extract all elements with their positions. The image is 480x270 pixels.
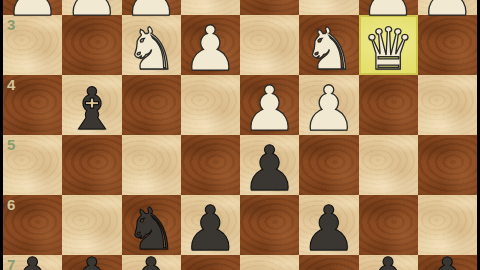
black-pawn-e6[interactable]: ♟ [181, 199, 240, 259]
rank-coordinate-label-4: 4 [7, 76, 15, 93]
black-pawn-b7[interactable]: ♟ [359, 251, 418, 270]
square-b3[interactable]: ♛ [359, 15, 418, 75]
square-f7[interactable]: ♟ [122, 255, 181, 270]
square-d7[interactable] [240, 255, 299, 270]
black-bishop-g4[interactable]: ♝ [62, 79, 121, 139]
square-b7[interactable]: ♟ [359, 255, 418, 270]
white-pawn-d4[interactable]: ♟ [240, 79, 299, 139]
square-d5[interactable]: ♟ [240, 135, 299, 195]
square-e3[interactable]: ♟ [181, 15, 240, 75]
square-h2[interactable]: 2♟ [3, 0, 62, 15]
left-letterbox-bar [0, 0, 3, 270]
square-h5[interactable]: 5 [3, 135, 62, 195]
square-e6[interactable]: ♟ [181, 195, 240, 255]
square-f2[interactable]: ♟ [122, 0, 181, 15]
square-d4[interactable]: ♟ [240, 75, 299, 135]
square-b5[interactable] [359, 135, 418, 195]
square-e5[interactable] [181, 135, 240, 195]
rank-coordinate-label-5: 5 [7, 136, 15, 153]
white-pawn-h2[interactable]: ♟ [3, 0, 62, 24]
square-b2[interactable]: ♟ [359, 0, 418, 15]
square-c6[interactable]: ♟ [299, 195, 358, 255]
square-g2[interactable]: ♟ [62, 0, 121, 15]
square-c4[interactable]: ♟ [299, 75, 358, 135]
square-c2[interactable] [299, 0, 358, 15]
square-a7[interactable]: ♟ [418, 255, 477, 270]
black-pawn-a7[interactable]: ♟ [418, 251, 477, 270]
square-h4[interactable]: 4 [3, 75, 62, 135]
black-pawn-h7[interactable]: ♟ [3, 251, 62, 270]
white-pawn-g2[interactable]: ♟ [62, 0, 121, 24]
square-f4[interactable] [122, 75, 181, 135]
white-pawn-a2[interactable]: ♟ [418, 0, 477, 24]
black-pawn-d5[interactable]: ♟ [240, 139, 299, 199]
square-a5[interactable] [418, 135, 477, 195]
square-b4[interactable] [359, 75, 418, 135]
black-pawn-g7[interactable]: ♟ [62, 251, 121, 270]
square-a4[interactable] [418, 75, 477, 135]
black-pawn-f7[interactable]: ♟ [122, 251, 181, 270]
white-knight-c3[interactable]: ♞ [299, 19, 358, 79]
chess-app-screen: 1♜♝♚♝♜2♟♟♟♟♟3♞♟♞♛4♝♟♟5♟6♞♟♟7♟♟♟♟♟8♜♝♚♛♞♜ [0, 0, 480, 270]
square-d3[interactable] [240, 15, 299, 75]
white-pawn-c4[interactable]: ♟ [299, 79, 358, 139]
square-f5[interactable] [122, 135, 181, 195]
chess-board: 1♜♝♚♝♜2♟♟♟♟♟3♞♟♞♛4♝♟♟5♟6♞♟♟7♟♟♟♟♟8♜♝♚♛♞♜ [3, 0, 477, 270]
square-g4[interactable]: ♝ [62, 75, 121, 135]
black-pawn-c6[interactable]: ♟ [299, 199, 358, 259]
square-g7[interactable]: ♟ [62, 255, 121, 270]
square-f3[interactable]: ♞ [122, 15, 181, 75]
white-queen-b3[interactable]: ♛ [359, 19, 418, 79]
square-d2[interactable] [240, 0, 299, 15]
square-a2[interactable]: ♟ [418, 0, 477, 15]
square-h7[interactable]: 7♟ [3, 255, 62, 270]
white-pawn-e3[interactable]: ♟ [181, 19, 240, 79]
rank-coordinate-label-6: 6 [7, 196, 15, 213]
square-c3[interactable]: ♞ [299, 15, 358, 75]
square-g5[interactable] [62, 135, 121, 195]
white-knight-f3[interactable]: ♞ [122, 19, 181, 79]
